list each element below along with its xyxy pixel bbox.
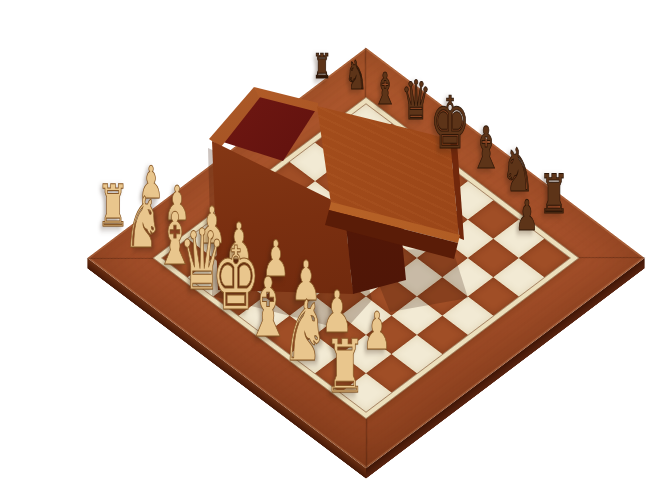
black-bishop[interactable]: ♝ (373, 67, 397, 111)
black-pawn[interactable]: ♟ (515, 195, 538, 237)
pieces-layer: ♜♞♝♛♚♝♞♟♜♟♜♟♟♞♟♝♟♛♟♚♟♝♟♞♜ (0, 0, 652, 489)
black-knight[interactable]: ♞ (345, 55, 367, 95)
white-pawn[interactable]: ♟ (363, 305, 392, 357)
black-rook[interactable]: ♜ (539, 168, 569, 222)
white-rook[interactable]: ♜ (324, 329, 365, 403)
black-queen[interactable]: ♛ (401, 74, 431, 128)
black-king[interactable]: ♚ (430, 87, 470, 159)
white-knight[interactable]: ♞ (282, 289, 329, 373)
black-bishop[interactable]: ♝ (470, 119, 502, 177)
black-rook[interactable]: ♜ (313, 49, 332, 83)
chess-set-photo: ♜♞♝♛♚♝♞♟♜♟♜♟♟♞♟♝♟♛♟♚♟♝♟♞♜ (0, 0, 652, 489)
